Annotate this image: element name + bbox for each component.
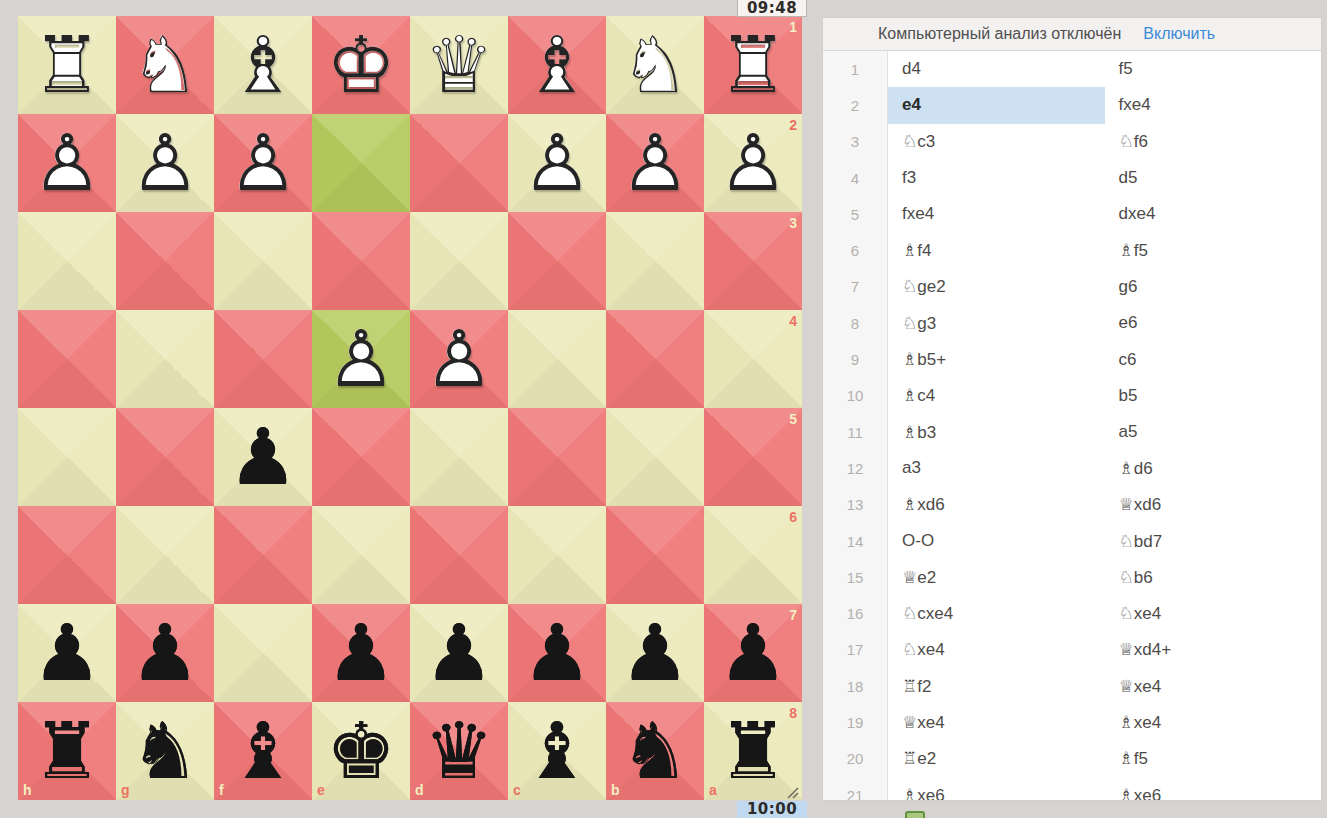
black-pawn-a7[interactable]: ♟♙: [704, 604, 802, 702]
square-a6[interactable]: 6: [704, 506, 802, 604]
square-h4[interactable]: [18, 310, 116, 408]
move-17-white[interactable]: ♘xe4: [888, 632, 1105, 668]
piece-glyph-outline: ♗: [508, 702, 606, 800]
piece-glyph-outline: ♙: [214, 114, 312, 212]
square-h7[interactable]: ♟♙: [18, 604, 116, 702]
square-h2[interactable]: ♟♙: [18, 114, 116, 212]
move-row-14: 14O-O♘bd7: [823, 523, 1321, 559]
white-pawn-a2[interactable]: ♟♙: [704, 114, 802, 212]
player-online-indicator: [905, 811, 925, 818]
black-pawn-h7[interactable]: ♟♙: [18, 604, 116, 702]
piece-glyph-outline: ♖: [18, 16, 116, 114]
square-c7[interactable]: ♟♙: [508, 604, 606, 702]
square-f7[interactable]: [214, 604, 312, 702]
move-21-black[interactable]: ♗xe6: [1105, 777, 1322, 801]
board-resize-handle-icon[interactable]: [786, 786, 800, 800]
square-d1[interactable]: ♛♕: [410, 16, 508, 114]
piece-glyph-outline: ♖: [18, 702, 116, 800]
square-e5[interactable]: [312, 408, 410, 506]
move-7-black[interactable]: g6: [1105, 269, 1322, 305]
white-bishop-f1[interactable]: ♝♗: [214, 16, 312, 114]
move-20-white[interactable]: ♖e2: [888, 741, 1105, 777]
square-g8[interactable]: g♞♘: [116, 702, 214, 800]
move-4-black[interactable]: d5: [1105, 160, 1322, 196]
move-number-5: 5: [823, 196, 888, 232]
piece-glyph-outline: ♙: [704, 114, 802, 212]
enable-analysis-link[interactable]: Включить: [1143, 25, 1215, 43]
move-number-18: 18: [823, 668, 888, 704]
black-rook-h8[interactable]: ♜♖: [18, 702, 116, 800]
black-pawn-d7[interactable]: ♟♙: [410, 604, 508, 702]
square-b5[interactable]: [606, 408, 704, 506]
square-g2[interactable]: ♟♙: [116, 114, 214, 212]
file-label-g: g: [121, 782, 130, 798]
square-c1[interactable]: ♝♗: [508, 16, 606, 114]
square-e8[interactable]: e♚♔: [312, 702, 410, 800]
rank-label-2: 2: [789, 117, 797, 133]
black-bishop-c8[interactable]: ♝♗: [508, 702, 606, 800]
move-row-8: 8♘g3e6: [823, 305, 1321, 341]
move-4-white[interactable]: f3: [888, 160, 1105, 196]
move-18-white[interactable]: ♖f2: [888, 668, 1105, 704]
move-14-black[interactable]: ♘bd7: [1105, 523, 1322, 559]
move-2-white[interactable]: e4: [888, 87, 1105, 123]
file-label-c: c: [513, 782, 521, 798]
white-rook-a1[interactable]: ♜♖: [704, 16, 802, 114]
white-pawn-b2[interactable]: ♟♙: [606, 114, 704, 212]
file-label-d: d: [415, 782, 424, 798]
move-row-3: 3♘c3♘f6: [823, 124, 1321, 160]
square-b2[interactable]: ♟♙: [606, 114, 704, 212]
file-label-a: a: [709, 782, 717, 798]
move-9-black[interactable]: c6: [1105, 341, 1322, 377]
white-pawn-d4[interactable]: ♟♙: [410, 310, 508, 408]
move-12-black[interactable]: ♗d6: [1105, 450, 1322, 486]
move-number-19: 19: [823, 704, 888, 740]
square-e7[interactable]: ♟♙: [312, 604, 410, 702]
white-clock: 09:48: [737, 0, 807, 17]
move-number-17: 17: [823, 632, 888, 668]
white-knight-b1[interactable]: ♞♘: [606, 16, 704, 114]
square-d8[interactable]: d♛♕: [410, 702, 508, 800]
move-3-white[interactable]: ♘c3: [888, 124, 1105, 160]
square-h3[interactable]: [18, 212, 116, 310]
piece-glyph-outline: ♕: [410, 702, 508, 800]
rank-label-5: 5: [789, 411, 797, 427]
move-row-17: 17♘xe4♕xd4+: [823, 632, 1321, 668]
move-17-black[interactable]: ♕xd4+: [1105, 632, 1322, 668]
piece-glyph-outline: ♙: [410, 604, 508, 702]
square-d6[interactable]: [410, 506, 508, 604]
move-11-black[interactable]: a5: [1105, 414, 1322, 450]
move-19-black[interactable]: ♗xe4: [1105, 704, 1322, 740]
move-number-21: 21: [823, 777, 888, 801]
move-20-black[interactable]: ♗f5: [1105, 741, 1322, 777]
square-d5[interactable]: [410, 408, 508, 506]
square-a2[interactable]: 2♟♙: [704, 114, 802, 212]
rank-label-4: 4: [789, 313, 797, 329]
move-row-4: 4f3d5: [823, 160, 1321, 196]
square-h8[interactable]: h♜♖: [18, 702, 116, 800]
move-row-19: 19♕xe4♗xe4: [823, 704, 1321, 740]
move-number-16: 16: [823, 595, 888, 631]
piece-glyph-outline: ♙: [116, 604, 214, 702]
move-10-white[interactable]: ♗c4: [888, 378, 1105, 414]
white-bishop-c1[interactable]: ♝♗: [508, 16, 606, 114]
chess-board[interactable]: ♜♖♞♘♝♗♚♔♛♕♝♗♞♘1♜♖♟♙♟♙♟♙♟♙♟♙2♟♙3♟♙♟♙4♟♙56…: [18, 16, 802, 800]
move-16-white[interactable]: ♘cxe4: [888, 595, 1105, 631]
square-a5[interactable]: 5: [704, 408, 802, 506]
move-row-10: 10♗c4b5: [823, 378, 1321, 414]
square-f3[interactable]: [214, 212, 312, 310]
move-7-white[interactable]: ♘ge2: [888, 269, 1105, 305]
piece-glyph-outline: ♙: [508, 114, 606, 212]
piece-glyph-outline: ♔: [312, 16, 410, 114]
square-b8[interactable]: b♞♘: [606, 702, 704, 800]
move-18-black[interactable]: ♕xe4: [1105, 668, 1322, 704]
move-13-white[interactable]: ♗xd6: [888, 487, 1105, 523]
piece-glyph-outline: ♘: [116, 16, 214, 114]
black-clock-active: 10:00: [737, 801, 807, 818]
move-row-12: 12a3♗d6: [823, 450, 1321, 486]
piece-glyph-outline: ♘: [116, 702, 214, 800]
square-b6[interactable]: [606, 506, 704, 604]
move-number-2: 2: [823, 87, 888, 123]
move-number-10: 10: [823, 378, 888, 414]
rank-label-8: 8: [789, 705, 797, 721]
square-a7[interactable]: 7♟♙: [704, 604, 802, 702]
square-d3[interactable]: [410, 212, 508, 310]
square-f1[interactable]: ♝♗: [214, 16, 312, 114]
black-pawn-f5[interactable]: ♟♙: [214, 408, 312, 506]
move-16-black[interactable]: ♘xe4: [1105, 595, 1322, 631]
square-c4[interactable]: [508, 310, 606, 408]
white-pawn-h2[interactable]: ♟♙: [18, 114, 116, 212]
black-knight-g8[interactable]: ♞♘: [116, 702, 214, 800]
move-row-11: 11♗b3a5: [823, 414, 1321, 450]
move-row-13: 13♗xd6♕xd6: [823, 487, 1321, 523]
black-king-e8[interactable]: ♚♔: [312, 702, 410, 800]
piece-glyph-outline: ♙: [116, 114, 214, 212]
move-number-1: 1: [823, 51, 888, 87]
square-d4[interactable]: ♟♙: [410, 310, 508, 408]
square-c2[interactable]: ♟♙: [508, 114, 606, 212]
black-pawn-b7[interactable]: ♟♙: [606, 604, 704, 702]
move-list-panel: Компьютерный анализ отключён Включить 1d…: [822, 17, 1322, 801]
rank-label-7: 7: [789, 607, 797, 623]
piece-glyph-outline: ♕: [410, 16, 508, 114]
rank-label-6: 6: [789, 509, 797, 525]
square-e6[interactable]: [312, 506, 410, 604]
move-5-white[interactable]: fxe4: [888, 196, 1105, 232]
square-b4[interactable]: [606, 310, 704, 408]
move-8-white[interactable]: ♘g3: [888, 305, 1105, 341]
move-number-6: 6: [823, 232, 888, 268]
move-15-black[interactable]: ♘b6: [1105, 559, 1322, 595]
analysis-status-text: Компьютерный анализ отключён: [878, 25, 1121, 43]
square-f8[interactable]: f♝♗: [214, 702, 312, 800]
white-pawn-c2[interactable]: ♟♙: [508, 114, 606, 212]
black-pawn-e7[interactable]: ♟♙: [312, 604, 410, 702]
piece-glyph-outline: ♖: [704, 16, 802, 114]
piece-glyph-outline: ♙: [606, 114, 704, 212]
square-f2[interactable]: ♟♙: [214, 114, 312, 212]
piece-glyph-outline: ♙: [312, 310, 410, 408]
move-row-9: 9♗b5+c6: [823, 341, 1321, 377]
piece-glyph-outline: ♗: [214, 16, 312, 114]
piece-glyph-outline: ♙: [18, 604, 116, 702]
white-pawn-g2[interactable]: ♟♙: [116, 114, 214, 212]
file-label-f: f: [219, 782, 224, 798]
square-f4[interactable]: [214, 310, 312, 408]
square-g1[interactable]: ♞♘: [116, 16, 214, 114]
move-3-black[interactable]: ♘f6: [1105, 124, 1322, 160]
black-queen-d8[interactable]: ♛♕: [410, 702, 508, 800]
piece-glyph-outline: ♙: [606, 604, 704, 702]
move-10-black[interactable]: b5: [1105, 378, 1322, 414]
piece-glyph-outline: ♘: [606, 16, 704, 114]
square-g7[interactable]: ♟♙: [116, 604, 214, 702]
square-g4[interactable]: [116, 310, 214, 408]
move-number-11: 11: [823, 414, 888, 450]
piece-glyph-outline: ♗: [214, 702, 312, 800]
move-number-3: 3: [823, 124, 888, 160]
move-14-white[interactable]: O-O: [888, 523, 1105, 559]
square-c5[interactable]: [508, 408, 606, 506]
move-9-white[interactable]: ♗b5+: [888, 341, 1105, 377]
white-queen-d1[interactable]: ♛♕: [410, 16, 508, 114]
move-row-6: 6♗f4♗f5: [823, 232, 1321, 268]
move-21-white[interactable]: ♗xe6: [888, 777, 1105, 801]
move-list: 1d4f52e4fxe43♘c3♘f64f3d55fxe4dxe46♗f4♗f5…: [823, 51, 1321, 800]
black-pawn-c7[interactable]: ♟♙: [508, 604, 606, 702]
move-number-4: 4: [823, 160, 888, 196]
piece-glyph-outline: ♙: [214, 408, 312, 506]
move-6-white[interactable]: ♗f4: [888, 232, 1105, 268]
move-row-18: 18♖f2♕xe4: [823, 668, 1321, 704]
move-number-7: 7: [823, 269, 888, 305]
move-1-black[interactable]: f5: [1105, 51, 1322, 87]
move-row-20: 20♖e2♗f5: [823, 741, 1321, 777]
file-label-h: h: [23, 782, 32, 798]
analysis-bar: Компьютерный анализ отключён Включить: [823, 18, 1321, 51]
move-row-2: 2e4fxe4: [823, 87, 1321, 123]
square-g6[interactable]: [116, 506, 214, 604]
square-c6[interactable]: [508, 506, 606, 604]
move-2-black[interactable]: fxe4: [1105, 87, 1322, 123]
square-f5[interactable]: ♟♙: [214, 408, 312, 506]
piece-glyph-outline: ♗: [508, 16, 606, 114]
rank-label-3: 3: [789, 215, 797, 231]
square-a1[interactable]: 1♜♖: [704, 16, 802, 114]
file-label-b: b: [611, 782, 620, 798]
square-b7[interactable]: ♟♙: [606, 604, 704, 702]
piece-glyph-outline: ♙: [18, 114, 116, 212]
move-15-white[interactable]: ♕e2: [888, 559, 1105, 595]
white-knight-g1[interactable]: ♞♘: [116, 16, 214, 114]
square-h5[interactable]: [18, 408, 116, 506]
move-number-20: 20: [823, 741, 888, 777]
square-e2[interactable]: [312, 114, 410, 212]
move-11-white[interactable]: ♗b3: [888, 414, 1105, 450]
square-h6[interactable]: [18, 506, 116, 604]
move-row-1: 1d4f5: [823, 51, 1321, 87]
square-e3[interactable]: [312, 212, 410, 310]
square-f6[interactable]: [214, 506, 312, 604]
white-rook-h1[interactable]: ♜♖: [18, 16, 116, 114]
white-pawn-f2[interactable]: ♟♙: [214, 114, 312, 212]
square-h1[interactable]: ♜♖: [18, 16, 116, 114]
move-5-black[interactable]: dxe4: [1105, 196, 1322, 232]
square-d2[interactable]: [410, 114, 508, 212]
square-b3[interactable]: [606, 212, 704, 310]
square-e4[interactable]: ♟♙: [312, 310, 410, 408]
move-1-white[interactable]: d4: [888, 51, 1105, 87]
move-row-16: 16♘cxe4♘xe4: [823, 595, 1321, 631]
move-row-5: 5fxe4dxe4: [823, 196, 1321, 232]
black-knight-b8[interactable]: ♞♘: [606, 702, 704, 800]
square-g5[interactable]: [116, 408, 214, 506]
white-pawn-e4[interactable]: ♟♙: [312, 310, 410, 408]
move-13-black[interactable]: ♕xd6: [1105, 487, 1322, 523]
move-19-white[interactable]: ♕xe4: [888, 704, 1105, 740]
move-number-12: 12: [823, 450, 888, 486]
piece-glyph-outline: ♔: [312, 702, 410, 800]
move-row-7: 7♘ge2g6: [823, 269, 1321, 305]
white-king-e1[interactable]: ♚♔: [312, 16, 410, 114]
move-number-9: 9: [823, 341, 888, 377]
move-number-15: 15: [823, 559, 888, 595]
square-c8[interactable]: c♝♗: [508, 702, 606, 800]
move-row-21: 21♗xe6♗xe6: [823, 777, 1321, 801]
square-g3[interactable]: [116, 212, 214, 310]
square-a4[interactable]: 4: [704, 310, 802, 408]
square-a3[interactable]: 3: [704, 212, 802, 310]
square-c3[interactable]: [508, 212, 606, 310]
rank-label-1: 1: [789, 19, 797, 35]
move-number-13: 13: [823, 487, 888, 523]
square-e1[interactable]: ♚♔: [312, 16, 410, 114]
move-8-black[interactable]: e6: [1105, 305, 1322, 341]
square-d7[interactable]: ♟♙: [410, 604, 508, 702]
piece-glyph-outline: ♘: [606, 702, 704, 800]
move-6-black[interactable]: ♗f5: [1105, 232, 1322, 268]
piece-glyph-outline: ♙: [704, 604, 802, 702]
file-label-e: e: [317, 782, 325, 798]
move-number-14: 14: [823, 523, 888, 559]
move-row-15: 15♕e2♘b6: [823, 559, 1321, 595]
piece-glyph-outline: ♙: [312, 604, 410, 702]
move-number-8: 8: [823, 305, 888, 341]
black-pawn-g7[interactable]: ♟♙: [116, 604, 214, 702]
piece-glyph-outline: ♙: [410, 310, 508, 408]
square-b1[interactable]: ♞♘: [606, 16, 704, 114]
piece-glyph-outline: ♙: [508, 604, 606, 702]
move-12-white[interactable]: a3: [888, 450, 1105, 486]
black-bishop-f8[interactable]: ♝♗: [214, 702, 312, 800]
